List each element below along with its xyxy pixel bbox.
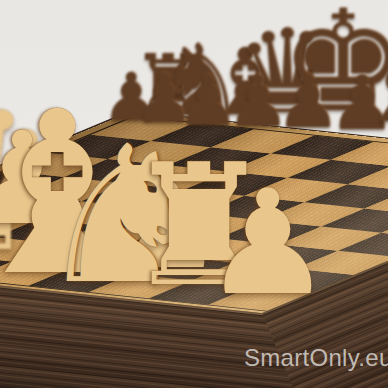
- black-bishop: ♝: [359, 44, 388, 136]
- black-king: ♚: [280, 0, 388, 132]
- black-knight: ♞: [157, 31, 245, 129]
- black-bishop: ♝: [204, 37, 286, 129]
- chess-set-photo: ♜♟♞♟♝♟♛♟♚♟♟♝♛♟♝♟♞♜♟ SmartOnly.eu: [0, 0, 388, 388]
- chess-board-grid: [0, 117, 388, 311]
- black-pawn: ♟: [328, 66, 388, 141]
- watermark-text: SmartOnly.eu: [244, 344, 388, 372]
- black-queen: ♛: [235, 14, 339, 130]
